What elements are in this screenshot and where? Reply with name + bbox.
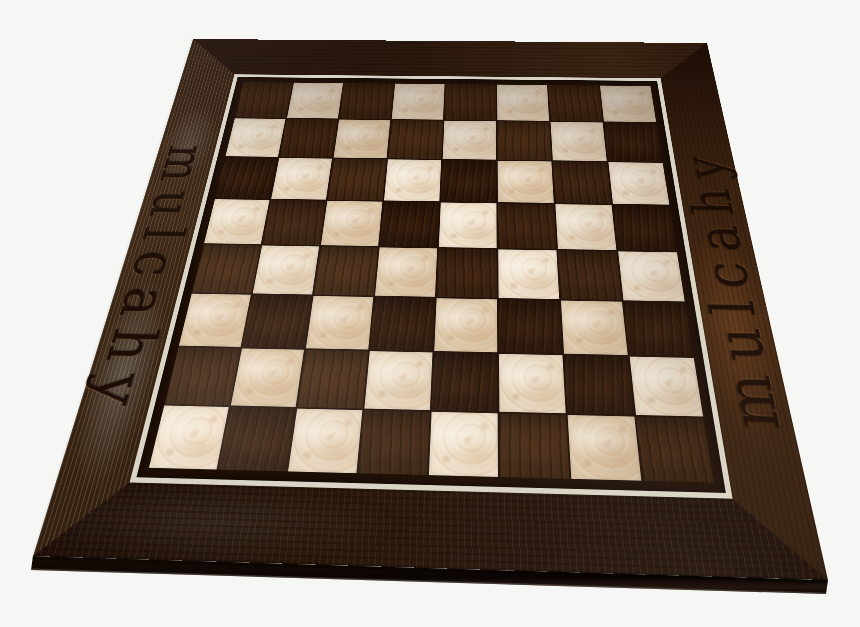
square-r5c5[interactable] bbox=[499, 299, 563, 353]
photo-background: mulcahy mulcahy bbox=[0, 0, 860, 627]
square-r7c3[interactable] bbox=[358, 410, 430, 475]
square-r3c7[interactable] bbox=[613, 205, 677, 251]
square-r5c6[interactable] bbox=[561, 301, 628, 355]
square-r3c5[interactable] bbox=[498, 203, 556, 249]
square-r0c5[interactable] bbox=[497, 85, 549, 121]
square-r6c1[interactable] bbox=[231, 348, 304, 407]
playing-surface bbox=[149, 82, 714, 482]
square-r0c0[interactable] bbox=[235, 82, 293, 118]
square-r4c0[interactable] bbox=[192, 244, 261, 293]
square-r4c6[interactable] bbox=[558, 250, 622, 300]
square-r4c5[interactable] bbox=[498, 249, 559, 299]
square-r0c7[interactable] bbox=[600, 86, 656, 122]
square-r4c3[interactable] bbox=[375, 247, 437, 296]
square-r2c3[interactable] bbox=[384, 159, 441, 201]
square-r7c5[interactable] bbox=[499, 413, 569, 478]
square-r5c3[interactable] bbox=[370, 297, 435, 351]
square-r3c2[interactable] bbox=[321, 201, 383, 246]
square-r1c4[interactable] bbox=[443, 121, 496, 160]
square-r6c2[interactable] bbox=[297, 350, 368, 409]
square-r1c5[interactable] bbox=[497, 121, 551, 160]
square-r2c5[interactable] bbox=[498, 161, 554, 203]
square-r5c7[interactable] bbox=[624, 302, 694, 357]
square-r3c0[interactable] bbox=[204, 199, 269, 244]
square-r7c4[interactable] bbox=[429, 412, 498, 477]
square-r6c0[interactable] bbox=[165, 347, 241, 405]
square-r1c3[interactable] bbox=[388, 120, 443, 159]
square-r1c1[interactable] bbox=[279, 119, 337, 158]
square-r6c7[interactable] bbox=[630, 357, 703, 417]
square-r5c1[interactable] bbox=[242, 295, 312, 348]
square-r7c1[interactable] bbox=[218, 407, 295, 471]
square-r3c1[interactable] bbox=[262, 200, 325, 245]
square-r4c4[interactable] bbox=[437, 248, 497, 298]
square-r1c2[interactable] bbox=[334, 120, 391, 159]
square-r1c0[interactable] bbox=[225, 118, 285, 157]
square-r0c4[interactable] bbox=[444, 84, 496, 120]
square-r6c4[interactable] bbox=[432, 352, 498, 411]
square-r7c7[interactable] bbox=[636, 417, 713, 483]
square-r3c3[interactable] bbox=[380, 202, 440, 247]
square-r3c4[interactable] bbox=[439, 202, 497, 248]
square-r5c4[interactable] bbox=[434, 298, 497, 352]
square-r0c2[interactable] bbox=[339, 83, 393, 119]
square-r2c1[interactable] bbox=[271, 158, 332, 200]
square-r7c6[interactable] bbox=[568, 415, 642, 481]
square-r3c6[interactable] bbox=[555, 204, 616, 250]
square-r5c2[interactable] bbox=[306, 296, 373, 350]
square-r6c6[interactable] bbox=[564, 355, 634, 415]
square-r1c7[interactable] bbox=[604, 122, 662, 161]
square-r0c3[interactable] bbox=[392, 84, 445, 120]
frame-top-rail bbox=[182, 39, 715, 79]
square-r2c2[interactable] bbox=[327, 159, 386, 201]
square-r7c2[interactable] bbox=[288, 409, 362, 474]
square-r2c7[interactable] bbox=[608, 162, 669, 204]
square-r4c2[interactable] bbox=[314, 246, 378, 295]
square-r2c4[interactable] bbox=[441, 160, 497, 202]
square-r6c3[interactable] bbox=[364, 351, 432, 410]
square-r0c1[interactable] bbox=[287, 83, 343, 119]
square-r6c5[interactable] bbox=[499, 354, 566, 413]
square-r5c0[interactable] bbox=[179, 294, 251, 347]
chess-board: mulcahy mulcahy bbox=[33, 39, 828, 580]
square-r2c0[interactable] bbox=[215, 157, 278, 199]
square-r7c0[interactable] bbox=[149, 405, 229, 469]
square-r4c1[interactable] bbox=[253, 245, 319, 294]
square-r2c6[interactable] bbox=[553, 161, 612, 203]
square-r4c7[interactable] bbox=[618, 251, 685, 301]
square-r1c6[interactable] bbox=[551, 122, 607, 161]
square-r0c6[interactable] bbox=[548, 85, 602, 121]
